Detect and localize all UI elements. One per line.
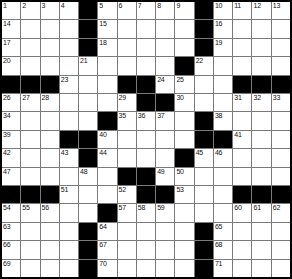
- white-cell[interactable]: [233, 223, 251, 240]
- white-cell[interactable]: 26: [2, 94, 20, 111]
- clue-number: 66: [3, 241, 10, 249]
- white-cell[interactable]: 71: [214, 260, 232, 277]
- white-cell[interactable]: [98, 57, 116, 74]
- white-cell[interactable]: [156, 241, 174, 258]
- white-cell[interactable]: [252, 168, 270, 185]
- black-cell: [79, 20, 97, 37]
- white-cell[interactable]: [272, 260, 290, 277]
- white-cell[interactable]: [41, 149, 59, 166]
- black-cell: [60, 131, 78, 148]
- white-cell[interactable]: [214, 168, 232, 185]
- black-cell: [195, 241, 213, 258]
- white-cell[interactable]: 8: [156, 2, 174, 19]
- white-cell[interactable]: 19: [214, 39, 232, 56]
- white-cell[interactable]: 3: [41, 2, 59, 19]
- white-cell[interactable]: 35: [118, 112, 136, 129]
- white-cell[interactable]: [60, 241, 78, 258]
- clue-number: 55: [22, 204, 29, 212]
- white-cell[interactable]: [118, 39, 136, 56]
- clue-number: 48: [80, 168, 87, 176]
- clue-number: 19: [215, 39, 222, 47]
- white-cell[interactable]: [233, 260, 251, 277]
- white-cell[interactable]: [252, 20, 270, 37]
- black-cell: [41, 186, 59, 203]
- white-cell[interactable]: [156, 20, 174, 37]
- white-cell[interactable]: 30: [175, 94, 193, 111]
- white-cell[interactable]: 48: [79, 168, 97, 185]
- white-cell[interactable]: [21, 241, 39, 258]
- white-cell[interactable]: [272, 112, 290, 129]
- white-cell[interactable]: 47: [2, 168, 20, 185]
- clue-number: 62: [273, 204, 280, 212]
- clue-number: 51: [61, 186, 68, 194]
- white-cell[interactable]: [233, 112, 251, 129]
- white-cell[interactable]: [233, 39, 251, 56]
- white-cell[interactable]: 50: [175, 168, 193, 185]
- white-cell[interactable]: [41, 241, 59, 258]
- black-cell: [195, 2, 213, 19]
- black-cell: [233, 76, 251, 93]
- white-cell[interactable]: [21, 223, 39, 240]
- white-cell[interactable]: 4: [60, 2, 78, 19]
- white-cell[interactable]: [272, 168, 290, 185]
- clue-number: 1: [3, 2, 7, 10]
- clue-number: 8: [157, 2, 161, 10]
- clue-number: 64: [99, 223, 106, 231]
- white-cell[interactable]: [233, 149, 251, 166]
- black-cell: [195, 131, 213, 148]
- white-cell[interactable]: 40: [98, 131, 116, 148]
- black-cell: [195, 20, 213, 37]
- white-cell[interactable]: [79, 112, 97, 129]
- white-cell[interactable]: [98, 94, 116, 111]
- white-cell[interactable]: [233, 241, 251, 258]
- clue-number: 7: [138, 2, 142, 10]
- black-cell: [252, 186, 270, 203]
- white-cell[interactable]: [79, 186, 97, 203]
- white-cell[interactable]: [137, 149, 155, 166]
- white-cell[interactable]: [118, 260, 136, 277]
- clue-number: 23: [61, 76, 68, 84]
- clue-number: 16: [215, 20, 222, 28]
- white-cell[interactable]: [118, 223, 136, 240]
- clue-number: 4: [61, 2, 65, 10]
- white-cell[interactable]: 7: [137, 2, 155, 19]
- clue-number: 12: [253, 2, 260, 10]
- black-cell: [118, 168, 136, 185]
- white-cell[interactable]: 62: [272, 204, 290, 221]
- black-cell: [195, 223, 213, 240]
- black-cell: [156, 186, 174, 203]
- white-cell[interactable]: [60, 20, 78, 37]
- white-cell[interactable]: 56: [41, 204, 59, 221]
- white-cell[interactable]: [156, 149, 174, 166]
- clue-number: 30: [176, 94, 183, 102]
- white-cell[interactable]: [79, 94, 97, 111]
- white-cell[interactable]: [137, 260, 155, 277]
- clue-number: 27: [22, 94, 29, 102]
- white-cell[interactable]: [272, 57, 290, 74]
- clue-number: 11: [234, 2, 241, 10]
- clue-number: 49: [157, 168, 164, 176]
- white-cell[interactable]: 12: [252, 2, 270, 19]
- white-cell[interactable]: 24: [156, 76, 174, 93]
- white-cell[interactable]: 1: [2, 2, 20, 19]
- white-cell[interactable]: [60, 204, 78, 221]
- white-cell[interactable]: 31: [233, 94, 251, 111]
- white-cell[interactable]: 58: [137, 204, 155, 221]
- clue-number: 3: [42, 2, 46, 10]
- clue-number: 24: [157, 76, 164, 84]
- white-cell[interactable]: [60, 39, 78, 56]
- clue-number: 26: [3, 94, 10, 102]
- white-cell[interactable]: 67: [98, 241, 116, 258]
- white-cell[interactable]: [175, 112, 193, 129]
- black-cell: [118, 76, 136, 93]
- clue-number: 15: [99, 20, 106, 28]
- white-cell[interactable]: [41, 57, 59, 74]
- clue-number: 28: [42, 94, 49, 102]
- clue-number: 40: [99, 131, 106, 139]
- white-cell[interactable]: [79, 204, 97, 221]
- white-cell[interactable]: [233, 57, 251, 74]
- white-cell[interactable]: [41, 39, 59, 56]
- white-cell[interactable]: 59: [156, 204, 174, 221]
- white-cell[interactable]: [118, 20, 136, 37]
- clue-number: 6: [119, 2, 123, 10]
- white-cell[interactable]: 25: [175, 76, 193, 93]
- black-cell: [214, 131, 232, 148]
- white-cell[interactable]: [252, 131, 270, 148]
- black-cell: [137, 76, 155, 93]
- white-cell[interactable]: 36: [137, 112, 155, 129]
- white-cell[interactable]: 22: [195, 57, 213, 74]
- white-cell[interactable]: 9: [175, 2, 193, 19]
- clue-number: 71: [215, 260, 222, 268]
- black-cell: [2, 186, 20, 203]
- white-cell[interactable]: 70: [98, 260, 116, 277]
- white-cell[interactable]: [41, 112, 59, 129]
- white-cell[interactable]: [252, 241, 270, 258]
- clue-number: 47: [3, 168, 10, 176]
- white-cell[interactable]: 42: [2, 149, 20, 166]
- black-cell: [252, 76, 270, 93]
- white-cell[interactable]: [252, 39, 270, 56]
- white-cell[interactable]: [214, 76, 232, 93]
- black-cell: [195, 260, 213, 277]
- white-cell[interactable]: [272, 131, 290, 148]
- clue-number: 46: [215, 149, 222, 157]
- white-cell[interactable]: 11: [233, 2, 251, 19]
- white-cell[interactable]: 46: [214, 149, 232, 166]
- white-cell[interactable]: 45: [195, 149, 213, 166]
- white-cell[interactable]: 55: [21, 204, 39, 221]
- white-cell[interactable]: 51: [60, 186, 78, 203]
- white-cell[interactable]: [214, 204, 232, 221]
- black-cell: [21, 186, 39, 203]
- white-cell[interactable]: [272, 20, 290, 37]
- white-cell[interactable]: 68: [214, 241, 232, 258]
- white-cell[interactable]: [195, 204, 213, 221]
- clue-number: 14: [3, 20, 10, 28]
- white-cell[interactable]: 6: [118, 2, 136, 19]
- white-cell[interactable]: [214, 94, 232, 111]
- black-cell: [21, 76, 39, 93]
- white-cell[interactable]: [21, 20, 39, 37]
- white-cell[interactable]: 28: [41, 94, 59, 111]
- clue-number: 52: [119, 186, 126, 194]
- white-cell[interactable]: [137, 223, 155, 240]
- black-cell: [79, 2, 97, 19]
- black-cell: [79, 260, 97, 277]
- white-cell[interactable]: [175, 20, 193, 37]
- white-cell[interactable]: 66: [2, 241, 20, 258]
- black-cell: [272, 76, 290, 93]
- clue-number: 50: [176, 168, 183, 176]
- white-cell[interactable]: 5: [98, 2, 116, 19]
- white-cell[interactable]: 60: [233, 204, 251, 221]
- clue-number: 68: [215, 241, 222, 249]
- white-cell[interactable]: 52: [118, 186, 136, 203]
- black-cell: [195, 39, 213, 56]
- clue-number: 2: [22, 2, 26, 10]
- clue-number: 18: [99, 39, 106, 47]
- white-cell[interactable]: [272, 149, 290, 166]
- white-cell[interactable]: [137, 20, 155, 37]
- white-cell[interactable]: 44: [98, 149, 116, 166]
- white-cell[interactable]: [60, 260, 78, 277]
- white-cell[interactable]: [175, 131, 193, 148]
- white-cell[interactable]: [60, 94, 78, 111]
- black-cell: [79, 149, 97, 166]
- white-cell[interactable]: [156, 131, 174, 148]
- clue-number: 44: [99, 149, 106, 157]
- white-cell[interactable]: [175, 241, 193, 258]
- clue-number: 43: [61, 149, 68, 157]
- white-cell[interactable]: 17: [2, 39, 20, 56]
- clue-number: 39: [3, 131, 10, 139]
- white-cell[interactable]: [252, 149, 270, 166]
- white-cell[interactable]: [156, 57, 174, 74]
- clue-number: 61: [253, 204, 260, 212]
- clue-number: 58: [138, 204, 145, 212]
- black-cell: [272, 186, 290, 203]
- white-cell[interactable]: [118, 57, 136, 74]
- white-cell[interactable]: [60, 112, 78, 129]
- white-cell[interactable]: [195, 186, 213, 203]
- white-cell[interactable]: 15: [98, 20, 116, 37]
- clue-number: 45: [196, 149, 203, 157]
- black-cell: [137, 94, 155, 111]
- white-cell[interactable]: [137, 131, 155, 148]
- clue-number: 57: [119, 204, 126, 212]
- white-cell[interactable]: [118, 131, 136, 148]
- black-cell: [79, 131, 97, 148]
- clue-number: 9: [176, 2, 180, 10]
- white-cell[interactable]: 23: [60, 76, 78, 93]
- clue-number: 65: [215, 223, 222, 231]
- white-cell[interactable]: 10: [214, 2, 232, 19]
- white-cell[interactable]: 34: [2, 112, 20, 129]
- white-cell[interactable]: [175, 223, 193, 240]
- white-cell[interactable]: [137, 57, 155, 74]
- clue-number: 35: [119, 112, 126, 120]
- white-cell[interactable]: [21, 39, 39, 56]
- white-cell[interactable]: [195, 76, 213, 93]
- white-cell[interactable]: 21: [79, 57, 97, 74]
- white-cell[interactable]: 63: [2, 223, 20, 240]
- white-cell[interactable]: [98, 168, 116, 185]
- white-cell[interactable]: [137, 39, 155, 56]
- white-cell[interactable]: [272, 223, 290, 240]
- clue-number: 41: [234, 131, 241, 139]
- white-cell[interactable]: 54: [2, 204, 20, 221]
- black-cell: [79, 223, 97, 240]
- white-cell[interactable]: [60, 223, 78, 240]
- clue-number: 36: [138, 112, 145, 120]
- black-cell: [137, 168, 155, 185]
- clue-number: 56: [42, 204, 49, 212]
- white-cell[interactable]: [252, 112, 270, 129]
- clue-number: 69: [3, 260, 10, 268]
- white-cell[interactable]: [156, 260, 174, 277]
- white-cell[interactable]: [21, 112, 39, 129]
- black-cell: [137, 186, 155, 203]
- white-cell[interactable]: [98, 186, 116, 203]
- white-cell[interactable]: [214, 57, 232, 74]
- black-cell: [41, 76, 59, 93]
- clue-number: 38: [215, 112, 222, 120]
- clue-number: 32: [253, 94, 260, 102]
- white-cell[interactable]: [175, 39, 193, 56]
- white-cell[interactable]: 2: [21, 2, 39, 19]
- white-cell[interactable]: 18: [98, 39, 116, 56]
- white-cell[interactable]: 33: [272, 94, 290, 111]
- clue-number: 13: [273, 2, 280, 10]
- white-cell[interactable]: 37: [156, 112, 174, 129]
- black-cell: [79, 39, 97, 56]
- white-cell[interactable]: [156, 223, 174, 240]
- white-cell[interactable]: 43: [60, 149, 78, 166]
- white-cell[interactable]: 39: [2, 131, 20, 148]
- white-cell[interactable]: 65: [214, 223, 232, 240]
- clue-number: 17: [3, 39, 10, 47]
- white-cell[interactable]: 14: [2, 20, 20, 37]
- white-cell[interactable]: [233, 20, 251, 37]
- clue-number: 53: [176, 186, 183, 194]
- clue-number: 21: [80, 57, 87, 65]
- black-cell: [195, 112, 213, 129]
- white-cell[interactable]: [195, 168, 213, 185]
- black-cell: [156, 94, 174, 111]
- white-cell[interactable]: 38: [214, 112, 232, 129]
- white-cell[interactable]: [21, 149, 39, 166]
- white-cell[interactable]: [41, 223, 59, 240]
- white-cell[interactable]: 13: [272, 2, 290, 19]
- white-cell[interactable]: [252, 57, 270, 74]
- clue-number: 60: [234, 204, 241, 212]
- crossword-grid: 1234567891011121314151617181920212223242…: [0, 0, 292, 279]
- white-cell[interactable]: [118, 241, 136, 258]
- clue-number: 63: [3, 223, 10, 231]
- white-cell[interactable]: 27: [21, 94, 39, 111]
- white-cell[interactable]: [175, 260, 193, 277]
- clue-number: 54: [3, 204, 10, 212]
- clue-number: 29: [119, 94, 126, 102]
- clue-number: 67: [99, 241, 106, 249]
- white-cell[interactable]: [60, 57, 78, 74]
- clue-number: 5: [99, 2, 103, 10]
- white-cell[interactable]: [41, 20, 59, 37]
- white-cell[interactable]: [272, 241, 290, 258]
- clue-number: 20: [3, 57, 10, 65]
- clue-number: 22: [196, 57, 203, 65]
- white-cell[interactable]: [137, 241, 155, 258]
- clue-number: 31: [234, 94, 241, 102]
- white-cell[interactable]: [272, 39, 290, 56]
- white-cell[interactable]: [252, 260, 270, 277]
- white-cell[interactable]: [41, 260, 59, 277]
- clue-number: 59: [157, 204, 164, 212]
- white-cell[interactable]: 20: [2, 57, 20, 74]
- white-cell[interactable]: 41: [233, 131, 251, 148]
- clue-number: 25: [176, 76, 183, 84]
- white-cell[interactable]: [21, 57, 39, 74]
- white-cell[interactable]: [195, 94, 213, 111]
- white-cell[interactable]: [175, 204, 193, 221]
- clue-number: 70: [99, 260, 106, 268]
- white-cell[interactable]: 57: [118, 204, 136, 221]
- black-cell: [98, 204, 116, 221]
- white-cell[interactable]: 16: [214, 20, 232, 37]
- black-cell: [233, 186, 251, 203]
- white-cell[interactable]: 53: [175, 186, 193, 203]
- white-cell[interactable]: [41, 131, 59, 148]
- white-cell[interactable]: [60, 168, 78, 185]
- white-cell[interactable]: [79, 76, 97, 93]
- white-cell[interactable]: 32: [252, 94, 270, 111]
- white-cell[interactable]: 64: [98, 223, 116, 240]
- white-cell[interactable]: [41, 168, 59, 185]
- clue-number: 37: [157, 112, 164, 120]
- clue-number: 42: [3, 149, 10, 157]
- white-cell[interactable]: [118, 149, 136, 166]
- white-cell[interactable]: [233, 168, 251, 185]
- black-cell: [2, 76, 20, 93]
- clue-number: 33: [273, 94, 280, 102]
- clue-number: 34: [3, 112, 10, 120]
- black-cell: [79, 241, 97, 258]
- white-cell[interactable]: [252, 223, 270, 240]
- black-cell: [98, 112, 116, 129]
- white-cell[interactable]: [21, 131, 39, 148]
- black-cell: [175, 149, 193, 166]
- clue-number: 10: [215, 2, 222, 10]
- white-cell[interactable]: [214, 186, 232, 203]
- white-cell[interactable]: 69: [2, 260, 20, 277]
- white-cell[interactable]: [156, 39, 174, 56]
- black-cell: [175, 57, 193, 74]
- white-cell[interactable]: [21, 260, 39, 277]
- white-cell[interactable]: [21, 168, 39, 185]
- white-cell[interactable]: 61: [252, 204, 270, 221]
- white-cell[interactable]: 49: [156, 168, 174, 185]
- white-cell[interactable]: 29: [118, 94, 136, 111]
- white-cell[interactable]: [98, 76, 116, 93]
